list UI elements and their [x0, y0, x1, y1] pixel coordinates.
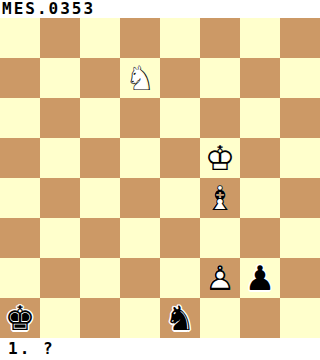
white-pawn-f2: ♙ — [200, 258, 240, 298]
square-d8[interactable] — [120, 18, 160, 58]
square-d7[interactable]: ♞♘ — [120, 58, 160, 98]
white-knight-d7: ♘ — [120, 58, 160, 98]
square-f5[interactable]: ♚♔ — [200, 138, 240, 178]
square-a7[interactable] — [0, 58, 40, 98]
square-c5[interactable] — [80, 138, 120, 178]
square-d2[interactable] — [120, 258, 160, 298]
square-g7[interactable] — [240, 58, 280, 98]
square-g4[interactable] — [240, 178, 280, 218]
chess-puzzle-window: MES.0353 ♞♘♚♔♝♗♟♙♟♚♞ 1. ? — [0, 0, 320, 360]
square-b6[interactable] — [40, 98, 80, 138]
square-e8[interactable] — [160, 18, 200, 58]
square-c2[interactable] — [80, 258, 120, 298]
square-a8[interactable] — [0, 18, 40, 58]
square-b4[interactable] — [40, 178, 80, 218]
white-bishop-f4: ♗ — [200, 178, 240, 218]
square-a6[interactable] — [0, 98, 40, 138]
square-g8[interactable] — [240, 18, 280, 58]
square-f2[interactable]: ♟♙ — [200, 258, 240, 298]
chess-board: ♞♘♚♔♝♗♟♙♟♚♞ — [0, 18, 320, 338]
square-b5[interactable] — [40, 138, 80, 178]
square-f7[interactable] — [200, 58, 240, 98]
square-h2[interactable] — [280, 258, 320, 298]
square-d4[interactable] — [120, 178, 160, 218]
black-knight-e1: ♞ — [160, 298, 200, 338]
square-f3[interactable] — [200, 218, 240, 258]
white-king-f5: ♔ — [200, 138, 240, 178]
square-b3[interactable] — [40, 218, 80, 258]
square-f8[interactable] — [200, 18, 240, 58]
square-h1[interactable] — [280, 298, 320, 338]
square-g1[interactable] — [240, 298, 280, 338]
square-d1[interactable] — [120, 298, 160, 338]
square-d3[interactable] — [120, 218, 160, 258]
square-e6[interactable] — [160, 98, 200, 138]
square-c1[interactable] — [80, 298, 120, 338]
white-knight-d7-fill: ♞ — [120, 58, 160, 98]
square-e7[interactable] — [160, 58, 200, 98]
square-g3[interactable] — [240, 218, 280, 258]
square-a4[interactable] — [0, 178, 40, 218]
move-prompt: 1. ? — [0, 338, 320, 360]
square-h4[interactable] — [280, 178, 320, 218]
square-c3[interactable] — [80, 218, 120, 258]
puzzle-id: MES.0353 — [0, 0, 320, 18]
square-f6[interactable] — [200, 98, 240, 138]
square-h7[interactable] — [280, 58, 320, 98]
square-a2[interactable] — [0, 258, 40, 298]
square-g2[interactable]: ♟ — [240, 258, 280, 298]
square-b1[interactable] — [40, 298, 80, 338]
square-c8[interactable] — [80, 18, 120, 58]
black-pawn-g2: ♟ — [240, 258, 280, 298]
square-h6[interactable] — [280, 98, 320, 138]
square-e5[interactable] — [160, 138, 200, 178]
square-g5[interactable] — [240, 138, 280, 178]
white-king-f5-fill: ♚ — [200, 138, 240, 178]
square-e4[interactable] — [160, 178, 200, 218]
square-g6[interactable] — [240, 98, 280, 138]
square-c7[interactable] — [80, 58, 120, 98]
square-b2[interactable] — [40, 258, 80, 298]
square-b8[interactable] — [40, 18, 80, 58]
square-b7[interactable] — [40, 58, 80, 98]
black-king-a1: ♚ — [0, 298, 40, 338]
square-e2[interactable] — [160, 258, 200, 298]
square-e1[interactable]: ♞ — [160, 298, 200, 338]
square-h3[interactable] — [280, 218, 320, 258]
square-f1[interactable] — [200, 298, 240, 338]
square-e3[interactable] — [160, 218, 200, 258]
square-d5[interactable] — [120, 138, 160, 178]
square-h5[interactable] — [280, 138, 320, 178]
square-c6[interactable] — [80, 98, 120, 138]
square-a1[interactable]: ♚ — [0, 298, 40, 338]
square-c4[interactable] — [80, 178, 120, 218]
white-bishop-f4-fill: ♝ — [200, 178, 240, 218]
square-h8[interactable] — [280, 18, 320, 58]
square-a5[interactable] — [0, 138, 40, 178]
white-pawn-f2-fill: ♟ — [200, 258, 240, 298]
square-a3[interactable] — [0, 218, 40, 258]
square-f4[interactable]: ♝♗ — [200, 178, 240, 218]
square-d6[interactable] — [120, 98, 160, 138]
